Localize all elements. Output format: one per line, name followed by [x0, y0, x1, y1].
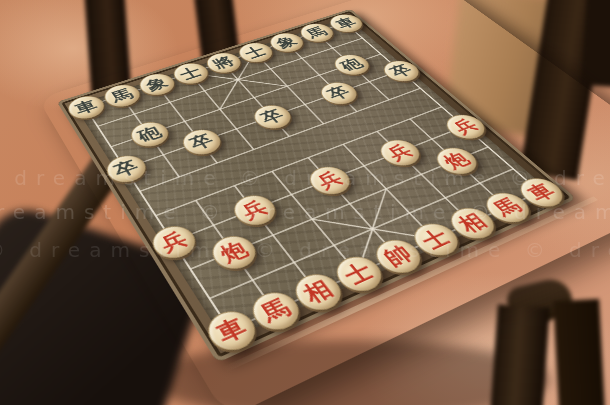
piece-glyph-soldier: 兵	[238, 198, 271, 222]
piece-glyph-horse: 馬	[303, 25, 330, 40]
piece-glyph-cannon: 炮	[439, 150, 472, 171]
piece-glyph-advisor: 士	[417, 226, 453, 252]
piece-glyph-general: 將	[210, 54, 237, 70]
piece-glyph-general: 帥	[379, 242, 416, 269]
piece-glyph-elephant: 象	[273, 35, 300, 50]
piece-glyph-advisor: 士	[242, 44, 269, 60]
piece-glyph-soldier: 兵	[449, 117, 481, 136]
piece-glyph-soldier: 卒	[257, 107, 287, 126]
table-leg	[490, 304, 550, 405]
piece-glyph-soldier: 兵	[313, 169, 346, 191]
piece-glyph-elephant: 相	[454, 210, 490, 235]
piece-glyph-soldier: 卒	[386, 62, 415, 79]
piece-glyph-chariot: 車	[72, 98, 100, 116]
piece-glyph-soldier: 卒	[324, 84, 353, 102]
piece-glyph-cannon: 砲	[135, 124, 164, 144]
background-chair-rail	[581, 0, 610, 87]
piece-glyph-horse: 馬	[256, 295, 293, 325]
table-leg	[553, 299, 605, 405]
xiangqi-board-plane: 車馬象士將士象馬車砲砲卒卒卒卒卒兵兵兵兵兵炮炮車馬相士帥士相馬車	[85, 23, 540, 330]
piece-glyph-advisor: 士	[177, 65, 204, 82]
piece-glyph-cannon: 炮	[216, 239, 251, 265]
scene-photo: 車馬象士將士象馬車砲砲卒卒卒卒卒兵兵兵兵兵炮炮車馬相士帥士相馬車 © dream…	[0, 0, 610, 405]
piece-glyph-horse: 馬	[489, 195, 525, 219]
piece-glyph-chariot: 車	[212, 314, 250, 345]
piece-glyph-soldier: 兵	[383, 142, 415, 163]
piece-glyph-advisor: 士	[340, 259, 377, 287]
piece-glyph-soldier: 卒	[186, 131, 216, 151]
piece-glyph-elephant: 相	[299, 277, 336, 306]
piece-glyph-horse: 馬	[108, 86, 135, 104]
piece-glyph-cannon: 砲	[337, 56, 365, 72]
piece-glyph-soldier: 卒	[111, 158, 141, 179]
piece-glyph-chariot: 車	[523, 180, 558, 203]
piece-glyph-chariot: 車	[332, 16, 358, 30]
piece-glyph-elephant: 象	[143, 75, 170, 92]
piece-glyph-soldier: 兵	[157, 229, 191, 255]
